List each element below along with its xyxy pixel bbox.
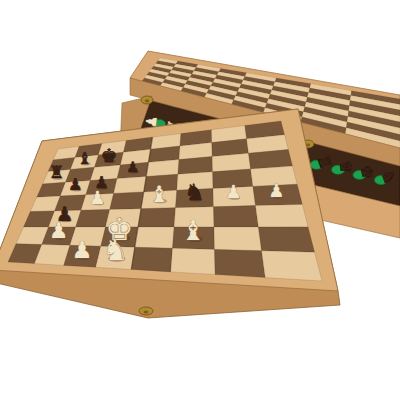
square-e2[interactable] <box>135 227 174 248</box>
square-h3[interactable] <box>256 204 309 227</box>
scene-svg: ♞♟♝♟♚♛♟♝♟♜♞♟♟♜♞♝♟♟♟♟♜♛♚♞♝♚♜♟♟♟♟♝♞♟♟♟♟♚♝♟… <box>0 0 400 400</box>
piece-black-pawn-d6[interactable]: ♟ <box>126 159 139 175</box>
piece-white-pawn-h4[interactable]: ♟ <box>268 180 284 201</box>
square-d5[interactable] <box>114 177 147 194</box>
square-e6[interactable] <box>146 160 179 177</box>
square-g2[interactable] <box>214 227 262 251</box>
square-g3[interactable] <box>214 206 259 227</box>
square-h6[interactable] <box>249 150 293 169</box>
piece-white-knight-d1[interactable]: ♞ <box>102 233 128 267</box>
square-e3[interactable] <box>138 208 175 227</box>
piece-white-bishop-f2[interactable]: ♝ <box>181 215 205 246</box>
square-g6[interactable] <box>212 153 250 172</box>
piece-black-pawn-b5[interactable]: ♟ <box>68 175 83 194</box>
piece-black-knight-f4[interactable]: ♞ <box>184 179 204 205</box>
stored-piece-black-queen: ♛ <box>336 159 356 175</box>
piece-black-king-c7[interactable]: ♚ <box>101 145 117 166</box>
piece-black-rook-a6[interactable]: ♜ <box>49 162 64 182</box>
piece-white-bishop-e4[interactable]: ♝ <box>149 181 169 207</box>
square-d4[interactable] <box>110 192 144 210</box>
piece-white-pawn-b2[interactable]: ♟ <box>49 218 68 243</box>
square-f6[interactable] <box>178 157 213 175</box>
square-h2[interactable] <box>258 227 314 252</box>
board-clasp-pin <box>144 311 149 314</box>
piece-white-pawn-c1[interactable]: ♟ <box>72 236 93 263</box>
box-clasp-pin <box>145 100 149 103</box>
square-e1[interactable] <box>131 247 172 272</box>
piece-black-bishop-b7[interactable]: ♝ <box>77 149 91 168</box>
square-g1[interactable] <box>215 249 266 277</box>
square-f1[interactable] <box>171 248 215 274</box>
chess-set-product-photo: ♞♟♝♟♚♛♟♝♟♜♞♟♟♜♞♝♟♟♟♟♜♛♚♞♝♚♜♟♟♟♟♝♞♟♟♟♟♚♝♟… <box>0 0 400 400</box>
square-h1[interactable] <box>262 251 322 281</box>
piece-white-pawn-g4[interactable]: ♟ <box>225 181 241 202</box>
piece-white-pawn-c4[interactable]: ♟ <box>89 187 105 208</box>
